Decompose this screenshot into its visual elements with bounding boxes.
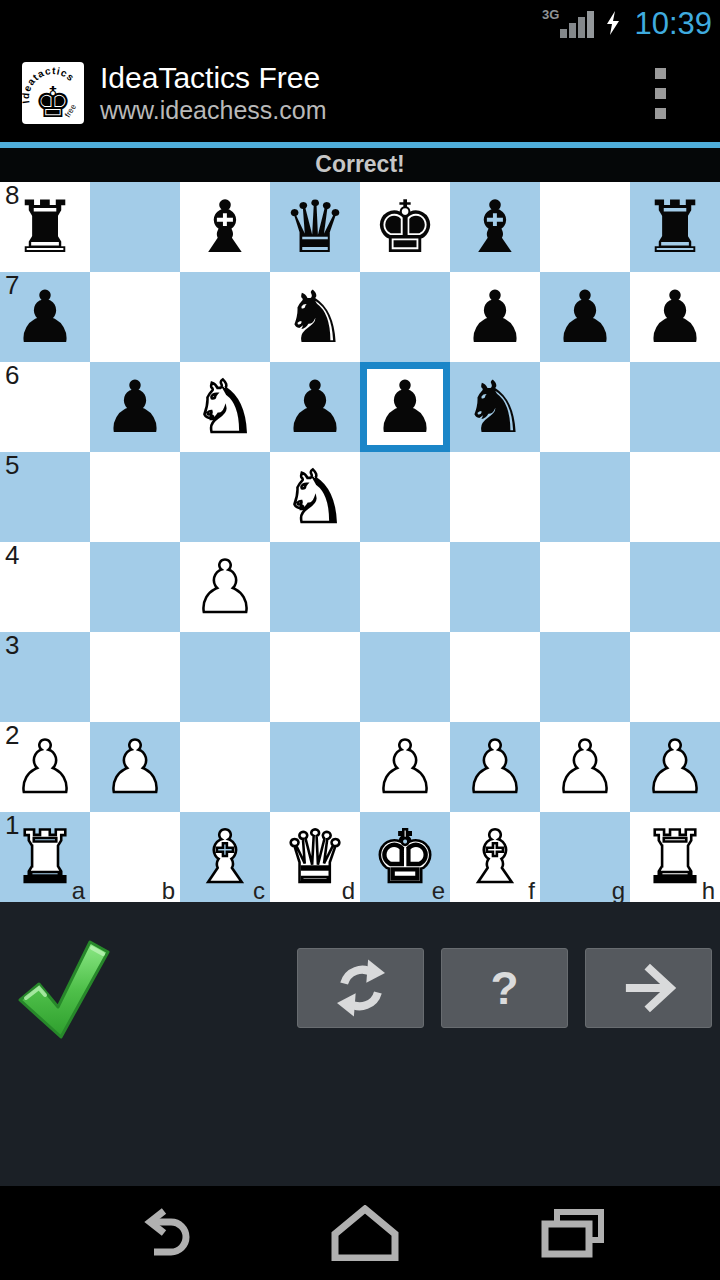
app-logo-icon: Ideatactics ♚ free [22, 62, 84, 124]
file-label-f: f [528, 877, 535, 905]
black-pawn: ♟ [283, 362, 348, 452]
square-f7[interactable]: ♟ [450, 272, 540, 362]
rank-label-6: 6 [5, 361, 19, 389]
back-icon [130, 1207, 200, 1259]
square-b7[interactable] [90, 272, 180, 362]
black-rook: ♜ [643, 182, 708, 272]
square-h1[interactable]: ♜h [630, 812, 720, 902]
white-bishop: ♝ [193, 812, 258, 902]
arrow-right-icon [617, 956, 681, 1020]
nav-back-button[interactable] [110, 1186, 220, 1280]
clock: 10:39 [634, 6, 712, 42]
square-b4[interactable] [90, 542, 180, 632]
white-pawn: ♟ [103, 722, 168, 812]
black-pawn: ♟ [13, 272, 78, 362]
square-a4[interactable]: 4 [0, 542, 90, 632]
file-label-h: h [702, 877, 715, 905]
square-a5[interactable]: 5 [0, 452, 90, 542]
app-subtitle: www.ideachess.com [100, 95, 326, 125]
square-d5[interactable]: ♞ [270, 452, 360, 542]
retry-button[interactable] [297, 948, 424, 1028]
black-king: ♚ [373, 182, 438, 272]
square-e4[interactable] [360, 542, 450, 632]
square-c2[interactable] [180, 722, 270, 812]
feedback-banner: Correct! [0, 148, 720, 182]
black-pawn: ♟ [643, 272, 708, 362]
white-queen: ♛ [283, 812, 348, 902]
square-f1[interactable]: ♝f [450, 812, 540, 902]
square-c5[interactable] [180, 452, 270, 542]
square-d7[interactable]: ♞ [270, 272, 360, 362]
white-pawn: ♟ [373, 722, 438, 812]
square-g8[interactable] [540, 182, 630, 272]
file-label-a: a [72, 877, 85, 905]
square-f4[interactable] [450, 542, 540, 632]
white-pawn: ♟ [13, 722, 78, 812]
square-e3[interactable] [360, 632, 450, 722]
square-h4[interactable] [630, 542, 720, 632]
white-knight: ♞ [193, 362, 258, 452]
file-label-g: g [612, 877, 625, 905]
screen: 3G 10:39 Ideatactics ♚ free IdeaTactics … [0, 0, 720, 1280]
white-king: ♚ [373, 812, 438, 902]
square-b2[interactable]: ♟ [90, 722, 180, 812]
signal-bars-icon [560, 11, 594, 38]
square-e7[interactable] [360, 272, 450, 362]
feedback-text: Correct! [315, 151, 404, 177]
recents-icon [539, 1206, 607, 1260]
square-h8[interactable]: ♜ [630, 182, 720, 272]
square-d3[interactable] [270, 632, 360, 722]
square-h7[interactable]: ♟ [630, 272, 720, 362]
square-d8[interactable]: ♛ [270, 182, 360, 272]
square-h5[interactable] [630, 452, 720, 542]
white-pawn: ♟ [463, 722, 528, 812]
square-c3[interactable] [180, 632, 270, 722]
square-f6[interactable]: ♞ [450, 362, 540, 452]
square-b8[interactable] [90, 182, 180, 272]
nav-recents-button[interactable] [518, 1186, 628, 1280]
question-mark: ? [490, 961, 518, 1015]
square-a7[interactable]: ♟7 [0, 272, 90, 362]
black-queen: ♛ [283, 182, 348, 272]
square-c7[interactable] [180, 272, 270, 362]
chess-board: ♜8♝♛♚♝♜♟7♞♟♟♟6♟♞♟♟♞5♞4♟3♟2♟♟♟♟♟♜1ab♝c♛d♚… [0, 182, 720, 902]
status-bar: 3G 10:39 [0, 0, 720, 44]
black-pawn: ♟ [553, 272, 618, 362]
home-icon [329, 1205, 401, 1261]
network-type-label: 3G [542, 7, 559, 22]
square-c4[interactable]: ♟ [180, 542, 270, 632]
square-g1[interactable]: g [540, 812, 630, 902]
hint-button[interactable]: ? [441, 948, 568, 1028]
square-g5[interactable] [540, 452, 630, 542]
square-g3[interactable] [540, 632, 630, 722]
square-c8[interactable]: ♝ [180, 182, 270, 272]
black-pawn: ♟ [373, 362, 438, 452]
square-d1[interactable]: ♛d [270, 812, 360, 902]
square-b5[interactable] [90, 452, 180, 542]
black-pawn: ♟ [463, 272, 528, 362]
rank-label-5: 5 [5, 451, 19, 479]
file-label-c: c [253, 877, 265, 905]
square-f5[interactable] [450, 452, 540, 542]
white-knight: ♞ [283, 452, 348, 542]
square-d6[interactable]: ♟ [270, 362, 360, 452]
android-nav-bar [0, 1186, 720, 1280]
square-c6[interactable]: ♞ [180, 362, 270, 452]
square-h6[interactable] [630, 362, 720, 452]
rank-label-2: 2 [5, 721, 19, 749]
app-title: IdeaTactics Free [100, 61, 326, 95]
black-bishop: ♝ [193, 182, 258, 272]
rank-label-8: 8 [5, 181, 19, 209]
square-c1[interactable]: ♝c [180, 812, 270, 902]
battery-charging-icon [600, 9, 626, 39]
square-e5[interactable] [360, 452, 450, 542]
black-rook: ♜ [13, 182, 78, 272]
square-a1[interactable]: ♜1a [0, 812, 90, 902]
rank-label-1: 1 [5, 811, 19, 839]
square-a6[interactable]: 6 [0, 362, 90, 452]
puzzle-toolbar: ? [0, 902, 720, 1186]
file-label-b: b [162, 877, 175, 905]
square-d2[interactable] [270, 722, 360, 812]
square-e2[interactable]: ♟ [360, 722, 450, 812]
square-g6[interactable] [540, 362, 630, 452]
rank-label-4: 4 [5, 541, 19, 569]
status-icons: 3G 10:39 [542, 0, 714, 44]
square-b3[interactable] [90, 632, 180, 722]
square-e8[interactable]: ♚ [360, 182, 450, 272]
square-b1[interactable]: b [90, 812, 180, 902]
square-g2[interactable]: ♟ [540, 722, 630, 812]
refresh-icon [329, 956, 393, 1020]
black-bishop: ♝ [463, 182, 528, 272]
square-g7[interactable]: ♟ [540, 272, 630, 362]
square-g4[interactable] [540, 542, 630, 632]
square-a2[interactable]: ♟2 [0, 722, 90, 812]
square-f2[interactable]: ♟ [450, 722, 540, 812]
overflow-menu-icon[interactable] [645, 44, 676, 142]
nav-home-button[interactable] [310, 1186, 420, 1280]
lightning-bolt-icon [605, 11, 621, 35]
square-d4[interactable] [270, 542, 360, 632]
square-e1[interactable]: ♚e [360, 812, 450, 902]
square-f3[interactable] [450, 632, 540, 722]
square-f8[interactable]: ♝ [450, 182, 540, 272]
square-h2[interactable]: ♟ [630, 722, 720, 812]
rank-label-3: 3 [5, 631, 19, 659]
white-rook: ♜ [643, 812, 708, 902]
app-bar: Ideatactics ♚ free IdeaTactics Free www.… [0, 44, 720, 142]
rank-label-7: 7 [5, 271, 19, 299]
square-b6[interactable]: ♟ [90, 362, 180, 452]
black-pawn: ♟ [103, 362, 168, 452]
square-a8[interactable]: ♜8 [0, 182, 90, 272]
square-e6[interactable]: ♟ [360, 362, 450, 452]
black-knight: ♞ [283, 272, 348, 362]
file-label-d: d [342, 877, 355, 905]
next-puzzle-button[interactable] [585, 948, 712, 1028]
square-h3[interactable] [630, 632, 720, 722]
white-pawn: ♟ [193, 542, 258, 632]
white-pawn: ♟ [553, 722, 618, 812]
black-knight: ♞ [463, 362, 528, 452]
file-label-e: e [432, 877, 445, 905]
white-pawn: ♟ [643, 722, 708, 812]
square-a3[interactable]: 3 [0, 632, 90, 722]
app-titles: IdeaTactics Free www.ideachess.com [100, 61, 326, 125]
white-rook: ♜ [13, 812, 78, 902]
white-bishop: ♝ [463, 812, 528, 902]
green-check-icon [12, 934, 112, 1042]
